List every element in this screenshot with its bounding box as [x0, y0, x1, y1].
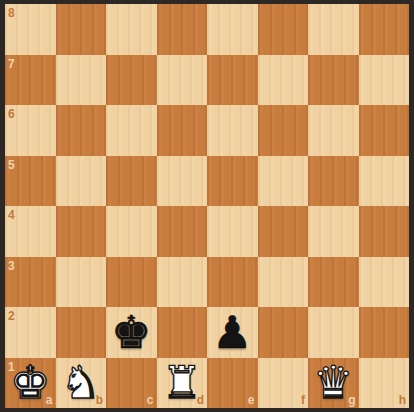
square-c8[interactable]	[106, 4, 157, 55]
square-c2[interactable]: ♚	[106, 307, 157, 358]
file-label-h: h	[399, 394, 406, 406]
file-label-d: d	[197, 394, 204, 406]
file-label-e: e	[248, 394, 255, 406]
square-a5[interactable]: 5	[5, 156, 56, 207]
square-d7[interactable]	[157, 55, 208, 106]
square-a2[interactable]: 2	[5, 307, 56, 358]
square-h3[interactable]	[359, 257, 410, 308]
square-d1[interactable]: d♜	[157, 358, 208, 409]
rank-label-7: 7	[8, 58, 15, 70]
square-h8[interactable]	[359, 4, 410, 55]
square-b2[interactable]	[56, 307, 107, 358]
square-h4[interactable]	[359, 206, 410, 257]
square-f8[interactable]	[258, 4, 309, 55]
square-g3[interactable]	[308, 257, 359, 308]
square-e5[interactable]	[207, 156, 258, 207]
black-pawn-piece[interactable]: ♟	[207, 307, 258, 358]
square-a3[interactable]: 3	[5, 257, 56, 308]
square-e2[interactable]: ♟	[207, 307, 258, 358]
square-g8[interactable]	[308, 4, 359, 55]
file-label-b: b	[96, 394, 103, 406]
square-g6[interactable]	[308, 105, 359, 156]
square-e8[interactable]	[207, 4, 258, 55]
square-b8[interactable]	[56, 4, 107, 55]
rank-label-2: 2	[8, 310, 15, 322]
file-label-a: a	[46, 394, 53, 406]
square-d6[interactable]	[157, 105, 208, 156]
square-h1[interactable]: h	[359, 358, 410, 409]
square-g5[interactable]	[308, 156, 359, 207]
square-f2[interactable]	[258, 307, 309, 358]
square-h2[interactable]	[359, 307, 410, 358]
square-a8[interactable]: 8	[5, 4, 56, 55]
square-e6[interactable]	[207, 105, 258, 156]
square-g4[interactable]	[308, 206, 359, 257]
square-e7[interactable]	[207, 55, 258, 106]
square-a7[interactable]: 7	[5, 55, 56, 106]
square-d8[interactable]	[157, 4, 208, 55]
square-d4[interactable]	[157, 206, 208, 257]
square-f5[interactable]	[258, 156, 309, 207]
rank-label-3: 3	[8, 260, 15, 272]
square-c7[interactable]	[106, 55, 157, 106]
rank-label-4: 4	[8, 209, 15, 221]
square-e3[interactable]	[207, 257, 258, 308]
square-b5[interactable]	[56, 156, 107, 207]
square-d2[interactable]	[157, 307, 208, 358]
square-b1[interactable]: b♞	[56, 358, 107, 409]
square-d5[interactable]	[157, 156, 208, 207]
square-c5[interactable]	[106, 156, 157, 207]
rank-label-8: 8	[8, 7, 15, 19]
file-label-g: g	[348, 394, 355, 406]
square-d3[interactable]	[157, 257, 208, 308]
square-f4[interactable]	[258, 206, 309, 257]
file-label-c: c	[147, 394, 154, 406]
square-e1[interactable]: e	[207, 358, 258, 409]
square-a1[interactable]: 1a♚	[5, 358, 56, 409]
chess-board: 8765432♚♟1a♚b♞cd♜efg♛h	[5, 4, 409, 408]
square-f1[interactable]: f	[258, 358, 309, 409]
square-h7[interactable]	[359, 55, 410, 106]
square-h6[interactable]	[359, 105, 410, 156]
square-a6[interactable]: 6	[5, 105, 56, 156]
square-b4[interactable]	[56, 206, 107, 257]
file-label-f: f	[301, 394, 305, 406]
rank-label-1: 1	[8, 361, 15, 373]
square-h5[interactable]	[359, 156, 410, 207]
square-e4[interactable]	[207, 206, 258, 257]
square-g7[interactable]	[308, 55, 359, 106]
square-c6[interactable]	[106, 105, 157, 156]
square-f3[interactable]	[258, 257, 309, 308]
square-c4[interactable]	[106, 206, 157, 257]
black-king-piece[interactable]: ♚	[106, 307, 157, 358]
square-b6[interactable]	[56, 105, 107, 156]
rank-label-6: 6	[8, 108, 15, 120]
square-b7[interactable]	[56, 55, 107, 106]
square-c3[interactable]	[106, 257, 157, 308]
square-c1[interactable]: c	[106, 358, 157, 409]
square-f6[interactable]	[258, 105, 309, 156]
square-g2[interactable]	[308, 307, 359, 358]
square-g1[interactable]: g♛	[308, 358, 359, 409]
square-a4[interactable]: 4	[5, 206, 56, 257]
square-b3[interactable]	[56, 257, 107, 308]
rank-label-5: 5	[8, 159, 15, 171]
board-frame: 8765432♚♟1a♚b♞cd♜efg♛h	[0, 0, 414, 412]
square-f7[interactable]	[258, 55, 309, 106]
